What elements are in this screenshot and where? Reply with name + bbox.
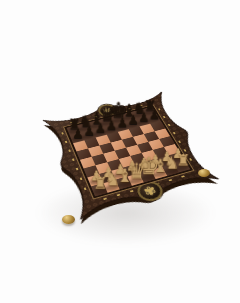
piece-black-pawn: ♟ — [68, 127, 88, 140]
perspective-stage: ✾ ✾ ♜♞♝♛♚♝♞♜♟♟♟♟♟♟♟♟♟♟♟♟♟♟♟♟♜♞♝♛♚♝♞♜ — [0, 0, 240, 303]
chess-board: ✾ ✾ ♜♞♝♛♚♝♞♜♟♟♟♟♟♟♟♟♟♟♟♟♟♟♟♟♜♞♝♛♚♝♞♜ — [39, 89, 225, 224]
piece-white-rook: ♜ — [90, 176, 112, 192]
brass-foot-right — [198, 169, 210, 177]
square-e5 — [122, 137, 137, 148]
medallion-ornament-icon: ✾ — [142, 184, 158, 197]
brass-foot-front — [62, 215, 75, 224]
chess-set-product-photo: ✾ ✾ ♜♞♝♛♚♝♞♜♟♟♟♟♟♟♟♟♟♟♟♟♟♟♟♟♜♞♝♛♚♝♞♜ — [0, 0, 240, 303]
square-a1: ♜ — [91, 183, 107, 196]
